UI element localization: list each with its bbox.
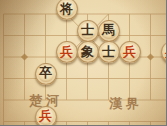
piece-glyph: 士 xyxy=(81,23,94,36)
pieces-layer: 将士馬兵象士兵兵卒兵 xyxy=(0,0,166,125)
xiangqi-board[interactable]: 楚河 漢界 将士馬兵象士兵兵卒兵 xyxy=(0,0,166,125)
piece-black-advisor[interactable]: 士 xyxy=(77,20,99,42)
piece-glyph: 兵 xyxy=(60,45,73,58)
piece-glyph: 将 xyxy=(60,2,73,15)
piece-glyph: 兵 xyxy=(39,109,52,122)
piece-glyph: 象 xyxy=(81,45,94,58)
piece-black-general[interactable]: 将 xyxy=(56,0,78,20)
piece-red-soldier[interactable]: 兵 xyxy=(56,41,78,63)
piece-red-soldier[interactable]: 兵 xyxy=(35,106,57,126)
piece-black-horse[interactable]: 馬 xyxy=(98,20,120,42)
piece-black-soldier[interactable]: 卒 xyxy=(35,63,57,85)
piece-glyph: 士 xyxy=(102,45,115,58)
piece-glyph: 卒 xyxy=(39,66,52,79)
piece-glyph: 兵 xyxy=(123,45,136,58)
piece-black-advisor[interactable]: 士 xyxy=(98,41,120,63)
piece-glyph: 兵 xyxy=(165,45,166,58)
piece-black-elephant[interactable]: 象 xyxy=(77,41,99,63)
piece-glyph: 馬 xyxy=(102,23,115,36)
piece-red-soldier[interactable]: 兵 xyxy=(119,41,141,63)
piece-red-soldier[interactable]: 兵 xyxy=(161,41,167,63)
